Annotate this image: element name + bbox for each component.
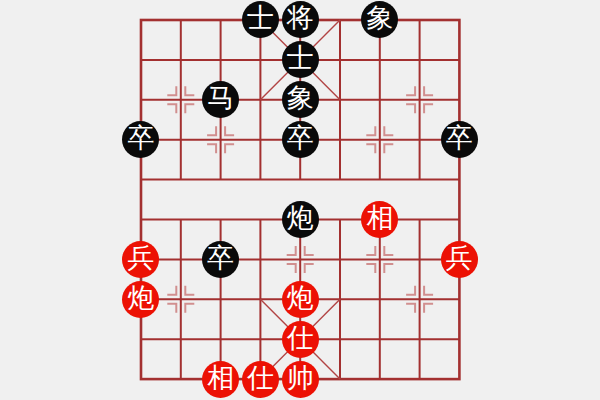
black-elephant[interactable]: 象 (361, 1, 398, 38)
red-elephant[interactable]: 相 (361, 201, 398, 238)
screenshot-root: { "game": "xiangqi", "position": { "fen"… (0, 0, 600, 400)
black-horse[interactable]: 马 (202, 81, 239, 118)
red-elephant[interactable]: 相 (202, 361, 239, 398)
red-cannon[interactable]: 炮 (122, 281, 159, 318)
black-cannon[interactable]: 炮 (282, 201, 319, 238)
black-general[interactable]: 将 (282, 1, 319, 38)
black-elephant[interactable]: 象 (282, 81, 319, 118)
red-general[interactable]: 帅 (282, 361, 319, 398)
red-cannon[interactable]: 炮 (282, 281, 319, 318)
red-soldier[interactable]: 兵 (441, 241, 478, 278)
black-soldier[interactable]: 卒 (282, 121, 319, 158)
black-soldier[interactable]: 卒 (441, 121, 478, 158)
red-advisor[interactable]: 仕 (242, 361, 279, 398)
black-advisor[interactable]: 士 (282, 41, 319, 78)
black-soldier[interactable]: 卒 (202, 241, 239, 278)
red-advisor[interactable]: 仕 (282, 321, 319, 358)
black-advisor[interactable]: 士 (242, 1, 279, 38)
xiangqi-board: 士将象士马象卒卒卒炮相兵卒兵炮炮仕相仕帅 (0, 0, 600, 400)
board-intersections[interactable]: 士将象士马象卒卒卒炮相兵卒兵炮炮仕相仕帅 (121, 0, 479, 399)
red-soldier[interactable]: 兵 (122, 241, 159, 278)
black-soldier[interactable]: 卒 (122, 121, 159, 158)
